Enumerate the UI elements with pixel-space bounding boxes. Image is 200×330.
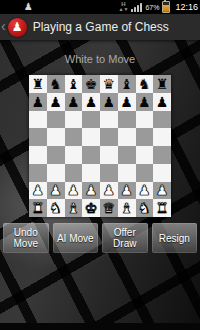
white-bishop-piece: ♝: [67, 201, 80, 215]
white-rook-piece: ♜: [32, 201, 45, 215]
white-pawn-piece: ♟: [32, 183, 45, 197]
background-bottom-strip: [0, 323, 200, 330]
square-c8[interactable]: ♝: [65, 75, 83, 93]
square-e3[interactable]: [100, 164, 118, 182]
black-knight-piece: ♞: [49, 77, 62, 91]
square-b6[interactable]: [47, 111, 65, 129]
page-title: Playing a Game of Chess: [33, 20, 169, 34]
offer-draw-label: Offer Draw: [103, 227, 147, 249]
square-c1[interactable]: ♝: [65, 199, 83, 217]
black-pawn-piece: ♟: [156, 95, 169, 109]
black-king-piece: ♚: [85, 77, 98, 91]
white-knight-piece: ♞: [49, 201, 62, 215]
status-bar-right: H ▲▼ 67% 12:16: [119, 1, 198, 13]
black-bishop-piece: ♝: [120, 77, 133, 91]
square-a7[interactable]: ♟: [29, 93, 47, 111]
square-c4[interactable]: [65, 146, 83, 164]
undo-move-button[interactable]: Undo Move: [3, 223, 49, 253]
square-b4[interactable]: [47, 146, 65, 164]
black-knight-piece: ♞: [138, 77, 151, 91]
square-e7[interactable]: ♟: [100, 93, 118, 111]
square-a5[interactable]: [29, 128, 47, 146]
square-e8[interactable]: ♛: [100, 75, 118, 93]
square-d5[interactable]: [82, 128, 100, 146]
square-g5[interactable]: [136, 128, 154, 146]
square-d6[interactable]: [82, 111, 100, 129]
status-clock: 12:16: [175, 2, 198, 12]
square-f2[interactable]: ♟: [118, 182, 136, 200]
square-d7[interactable]: ♟: [82, 93, 100, 111]
square-h7[interactable]: ♟: [153, 93, 171, 111]
black-bishop-piece: ♝: [67, 77, 80, 91]
white-pawn-piece: ♟: [85, 183, 98, 197]
black-rook-piece: ♜: [32, 77, 45, 91]
square-b2[interactable]: ♟: [47, 182, 65, 200]
white-rook-piece: ♜: [156, 201, 169, 215]
battery-icon: [162, 1, 170, 13]
square-d8[interactable]: ♚: [82, 75, 100, 93]
square-b7[interactable]: ♟: [47, 93, 65, 111]
status-bar: ♟ H ▲▼ 67% 12:16: [0, 0, 200, 14]
square-g7[interactable]: ♟: [136, 93, 154, 111]
square-f1[interactable]: ♝: [118, 199, 136, 217]
square-h6[interactable]: [153, 111, 171, 129]
square-a2[interactable]: ♟: [29, 182, 47, 200]
offer-draw-button[interactable]: Offer Draw: [102, 223, 148, 253]
white-queen-piece: ♛: [103, 201, 116, 215]
white-pawn-piece: ♟: [138, 183, 151, 197]
square-f4[interactable]: [118, 146, 136, 164]
square-a6[interactable]: [29, 111, 47, 129]
square-a3[interactable]: [29, 164, 47, 182]
black-queen-piece: ♛: [103, 77, 116, 91]
square-c7[interactable]: ♟: [65, 93, 83, 111]
square-c6[interactable]: [65, 111, 83, 129]
square-f5[interactable]: [118, 128, 136, 146]
square-h5[interactable]: [153, 128, 171, 146]
white-bishop-piece: ♝: [120, 201, 133, 215]
square-d1[interactable]: ♚: [82, 199, 100, 217]
square-c2[interactable]: ♟: [65, 182, 83, 200]
action-bar: ‹ ♟ Playing a Game of Chess: [0, 14, 200, 40]
white-pawn-piece: ♟: [67, 183, 80, 197]
ai-move-button[interactable]: AI Move: [53, 223, 99, 253]
black-pawn-piece: ♟: [138, 95, 151, 109]
square-e5[interactable]: [100, 128, 118, 146]
square-b1[interactable]: ♞: [47, 199, 65, 217]
square-d2[interactable]: ♟: [82, 182, 100, 200]
app-screen: ♟ H ▲▼ 67% 12:16 ‹ ♟ Playing a Game o: [0, 0, 200, 330]
square-f8[interactable]: ♝: [118, 75, 136, 93]
square-g4[interactable]: [136, 146, 154, 164]
white-knight-piece: ♞: [138, 201, 151, 215]
square-a4[interactable]: [29, 146, 47, 164]
square-a1[interactable]: ♜: [29, 199, 47, 217]
square-e2[interactable]: ♟: [100, 182, 118, 200]
status-bar-left: ♟: [24, 2, 33, 12]
network-type-icon: H ▲▼: [119, 2, 129, 12]
white-pawn-piece: ♟: [120, 183, 133, 197]
white-pawn-piece: ♟: [156, 183, 169, 197]
square-b3[interactable]: [47, 164, 65, 182]
square-e4[interactable]: [100, 146, 118, 164]
white-pawn-piece: ♟: [103, 183, 116, 197]
square-f3[interactable]: [118, 164, 136, 182]
black-pawn-piece: ♟: [103, 95, 116, 109]
app-icon-pawn-glyph: ♟: [12, 21, 23, 33]
battery-percent-label: 67%: [145, 4, 159, 11]
square-g3[interactable]: [136, 164, 154, 182]
square-g1[interactable]: ♞: [136, 199, 154, 217]
white-pawn-piece: ♟: [49, 183, 62, 197]
black-pawn-piece: ♟: [67, 95, 80, 109]
square-h2[interactable]: ♟: [153, 182, 171, 200]
square-d3[interactable]: [82, 164, 100, 182]
white-king-piece: ♚: [85, 201, 98, 215]
resign-label: Resign: [159, 233, 190, 244]
square-g2[interactable]: ♟: [136, 182, 154, 200]
square-f6[interactable]: [118, 111, 136, 129]
square-f7[interactable]: ♟: [118, 93, 136, 111]
square-h1[interactable]: ♜: [153, 199, 171, 217]
ai-move-label: AI Move: [57, 233, 94, 244]
square-h8[interactable]: ♜: [153, 75, 171, 93]
square-g8[interactable]: ♞: [136, 75, 154, 93]
chess-pawn-notification-icon: ♟: [24, 2, 33, 12]
back-chevron-icon[interactable]: ‹: [1, 19, 6, 33]
resign-button[interactable]: Resign: [152, 223, 198, 253]
square-c5[interactable]: [65, 128, 83, 146]
turn-indicator: White to Move: [0, 40, 200, 75]
square-h4[interactable]: [153, 146, 171, 164]
signal-strength-icon: [131, 3, 142, 12]
black-pawn-piece: ♟: [120, 95, 133, 109]
black-pawn-piece: ♟: [32, 95, 45, 109]
black-rook-piece: ♜: [156, 77, 169, 91]
chess-board: ♜♞♝♚♛♝♞♜♟♟♟♟♟♟♟♟♟♟♟♟♟♟♟♟♜♞♝♚♛♝♞♜: [29, 75, 171, 217]
square-e6[interactable]: [100, 111, 118, 129]
square-e1[interactable]: ♛: [100, 199, 118, 217]
square-b5[interactable]: [47, 128, 65, 146]
square-d4[interactable]: [82, 146, 100, 164]
square-b8[interactable]: ♞: [47, 75, 65, 93]
control-button-row: Undo Move AI Move Offer Draw Resign: [0, 217, 200, 253]
black-pawn-piece: ♟: [85, 95, 98, 109]
square-h3[interactable]: [153, 164, 171, 182]
black-pawn-piece: ♟: [49, 95, 62, 109]
undo-move-label: Undo Move: [4, 227, 48, 249]
square-a8[interactable]: ♜: [29, 75, 47, 93]
square-g6[interactable]: [136, 111, 154, 129]
square-c3[interactable]: [65, 164, 83, 182]
app-icon[interactable]: ♟: [8, 18, 27, 37]
